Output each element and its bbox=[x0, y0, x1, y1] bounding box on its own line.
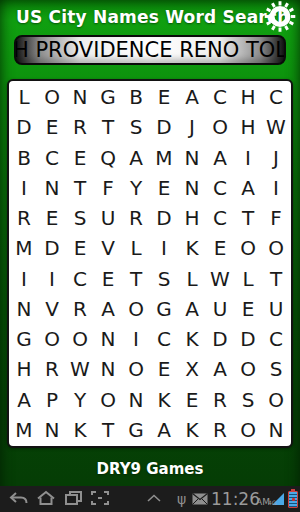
grid-cell[interactable]: X bbox=[178, 354, 206, 384]
grid-cell[interactable]: D bbox=[150, 112, 178, 142]
app-screen: US City Names Word Search bbox=[0, 0, 300, 512]
grid-cell[interactable]: T bbox=[234, 203, 262, 233]
grid-cell[interactable]: O bbox=[206, 112, 234, 142]
grid-cell[interactable]: G bbox=[122, 415, 150, 445]
grid-cell[interactable]: V bbox=[94, 233, 122, 263]
grid-cell[interactable]: C bbox=[66, 264, 94, 294]
signal-4g-label: 4G bbox=[268, 499, 276, 506]
grid-cell[interactable]: Y bbox=[66, 385, 94, 415]
android-status-bar: ψ 11:26 AM 4G bbox=[0, 486, 300, 512]
grid-cell[interactable]: I bbox=[38, 264, 66, 294]
battery-icon bbox=[288, 491, 298, 508]
grid-cell[interactable]: R bbox=[66, 112, 94, 142]
grid-cell[interactable]: C bbox=[206, 173, 234, 203]
grid-cell[interactable]: Y bbox=[122, 173, 150, 203]
home-icon[interactable] bbox=[36, 490, 56, 506]
grid-cell[interactable]: E bbox=[206, 233, 234, 263]
grid-cell[interactable]: N bbox=[66, 82, 94, 112]
grid-cell[interactable]: S bbox=[150, 264, 178, 294]
screen-capture-icon[interactable] bbox=[90, 490, 110, 506]
grid-cell[interactable]: F bbox=[94, 173, 122, 203]
word-list-bar[interactable]: H PROVIDENCE RENO TOL bbox=[14, 35, 286, 65]
grid-cell[interactable]: T bbox=[262, 264, 290, 294]
grid-cell[interactable]: U bbox=[262, 294, 290, 324]
grid-cell[interactable]: O bbox=[262, 233, 290, 263]
grid-cell[interactable]: E bbox=[150, 354, 178, 384]
word-list-text: H PROVIDENCE RENO TOL bbox=[14, 37, 286, 63]
grid-cell[interactable]: U bbox=[206, 294, 234, 324]
grid-cell[interactable]: E bbox=[94, 264, 122, 294]
grid-cell[interactable]: W bbox=[66, 354, 94, 384]
usb-icon: ψ bbox=[177, 489, 186, 509]
grid-cell[interactable]: G bbox=[10, 324, 38, 354]
grid-cell[interactable]: E bbox=[150, 82, 178, 112]
grid-cell[interactable]: N bbox=[178, 173, 206, 203]
grid-cell[interactable]: H bbox=[10, 354, 38, 384]
page-title: US City Names Word Search bbox=[16, 7, 289, 27]
grid-cell[interactable]: R bbox=[122, 203, 150, 233]
grid-cell[interactable]: O bbox=[262, 385, 290, 415]
grid-cell[interactable]: R bbox=[206, 415, 234, 445]
grid-cell[interactable]: O bbox=[234, 233, 262, 263]
grid-cell[interactable]: O bbox=[38, 324, 66, 354]
title-bar: US City Names Word Search bbox=[0, 0, 300, 34]
grid-cell[interactable]: I bbox=[10, 173, 38, 203]
grid-cell[interactable]: G bbox=[150, 294, 178, 324]
grid-cell[interactable]: N bbox=[122, 385, 150, 415]
grid-cell[interactable]: R bbox=[206, 385, 234, 415]
letter-grid[interactable]: LONGBEACHCDERTSDJOHWBCEQAMNAIJINTFYENCAI… bbox=[10, 82, 290, 445]
grid-cell[interactable]: L bbox=[122, 233, 150, 263]
grid-cell[interactable]: I bbox=[262, 173, 290, 203]
grid-cell[interactable]: C bbox=[150, 324, 178, 354]
grid-cell[interactable]: A bbox=[10, 385, 38, 415]
signal-4g-icon: 4G bbox=[270, 492, 284, 505]
grid-cell[interactable]: A bbox=[122, 143, 150, 173]
grid-cell[interactable]: N bbox=[262, 415, 290, 445]
grid-cell[interactable]: E bbox=[150, 173, 178, 203]
grid-cell[interactable]: D bbox=[38, 233, 66, 263]
grid-cell[interactable]: D bbox=[10, 112, 38, 142]
grid-cell[interactable]: S bbox=[262, 354, 290, 384]
grid-cell[interactable]: W bbox=[262, 112, 290, 142]
grid-cell[interactable]: M bbox=[10, 233, 38, 263]
grid-cell[interactable]: K bbox=[178, 324, 206, 354]
grid-cell[interactable]: Q bbox=[94, 143, 122, 173]
grid-cell[interactable]: N bbox=[38, 415, 66, 445]
grid-cell[interactable]: M bbox=[10, 415, 38, 445]
grid-cell[interactable]: E bbox=[178, 385, 206, 415]
grid-cell[interactable]: I bbox=[150, 233, 178, 263]
grid-cell[interactable]: S bbox=[122, 112, 150, 142]
grid-cell[interactable]: R bbox=[66, 294, 94, 324]
grid-cell[interactable]: I bbox=[122, 324, 150, 354]
grid-cell[interactable]: O bbox=[94, 385, 122, 415]
grid-cell[interactable]: U bbox=[94, 203, 122, 233]
puzzle-panel: LONGBEACHCDERTSDJOHWBCEQAMNAIJINTFYENCAI… bbox=[7, 79, 293, 448]
grid-cell[interactable]: H bbox=[234, 82, 262, 112]
grid-cell[interactable]: A bbox=[206, 354, 234, 384]
grid-cell[interactable]: E bbox=[66, 233, 94, 263]
grid-cell[interactable]: O bbox=[122, 354, 150, 384]
grid-cell[interactable]: P bbox=[38, 385, 66, 415]
grid-cell[interactable]: O bbox=[38, 82, 66, 112]
grid-cell[interactable]: D bbox=[206, 324, 234, 354]
caret-up-icon[interactable] bbox=[146, 494, 162, 502]
grid-cell[interactable]: A bbox=[94, 294, 122, 324]
grid-cell[interactable]: I bbox=[10, 264, 38, 294]
grid-cell[interactable]: C bbox=[262, 82, 290, 112]
grid-cell[interactable]: H bbox=[234, 112, 262, 142]
grid-cell[interactable]: D bbox=[150, 203, 178, 233]
grid-cell[interactable]: O bbox=[234, 354, 262, 384]
grid-cell[interactable]: F bbox=[262, 203, 290, 233]
grid-cell[interactable]: S bbox=[66, 203, 94, 233]
grid-cell[interactable]: C bbox=[206, 203, 234, 233]
recent-apps-icon[interactable] bbox=[64, 490, 84, 506]
grid-cell[interactable]: N bbox=[94, 324, 122, 354]
email-icon bbox=[192, 493, 208, 505]
grid-cell[interactable]: K bbox=[66, 415, 94, 445]
grid-cell[interactable]: C bbox=[262, 324, 290, 354]
grid-cell[interactable]: B bbox=[10, 143, 38, 173]
grid-cell[interactable]: O bbox=[66, 324, 94, 354]
grid-cell[interactable]: N bbox=[38, 173, 66, 203]
grid-cell[interactable]: D bbox=[234, 324, 262, 354]
settings-gear-icon[interactable] bbox=[263, 0, 297, 33]
grid-cell[interactable]: E bbox=[66, 143, 94, 173]
grid-cell[interactable]: A bbox=[206, 143, 234, 173]
grid-cell[interactable]: A bbox=[234, 173, 262, 203]
grid-cell[interactable]: O bbox=[234, 415, 262, 445]
clock: 11:26 bbox=[211, 488, 260, 510]
grid-cell[interactable]: T bbox=[94, 415, 122, 445]
grid-cell[interactable]: B bbox=[122, 82, 150, 112]
grid-cell[interactable]: R bbox=[10, 203, 38, 233]
publisher-credit: DRY9 Games bbox=[0, 459, 300, 479]
grid-cell[interactable]: M bbox=[150, 143, 178, 173]
grid-cell[interactable]: N bbox=[178, 143, 206, 173]
grid-cell[interactable]: G bbox=[94, 82, 122, 112]
grid-cell[interactable]: C bbox=[38, 143, 66, 173]
grid-cell[interactable]: C bbox=[206, 82, 234, 112]
grid-cell[interactable]: K bbox=[178, 415, 206, 445]
grid-cell[interactable]: O bbox=[122, 294, 150, 324]
grid-cell[interactable]: J bbox=[178, 112, 206, 142]
grid-cell[interactable]: W bbox=[206, 264, 234, 294]
grid-cell[interactable]: E bbox=[234, 294, 262, 324]
grid-cell[interactable]: S bbox=[234, 385, 262, 415]
grid-cell[interactable]: K bbox=[150, 385, 178, 415]
grid-cell[interactable]: V bbox=[38, 294, 66, 324]
grid-cell[interactable]: J bbox=[262, 143, 290, 173]
grid-cell[interactable]: E bbox=[38, 112, 66, 142]
grid-cell[interactable]: H bbox=[178, 203, 206, 233]
grid-cell[interactable]: E bbox=[38, 203, 66, 233]
grid-cell[interactable]: T bbox=[66, 173, 94, 203]
grid-cell[interactable]: A bbox=[150, 415, 178, 445]
grid-cell[interactable]: N bbox=[10, 294, 38, 324]
grid-cell[interactable]: N bbox=[94, 354, 122, 384]
grid-cell[interactable]: T bbox=[122, 264, 150, 294]
grid-cell[interactable]: I bbox=[234, 143, 262, 173]
grid-cell[interactable]: L bbox=[234, 264, 262, 294]
grid-cell[interactable]: T bbox=[94, 112, 122, 142]
grid-cell[interactable]: R bbox=[38, 354, 66, 384]
grid-cell[interactable]: L bbox=[178, 264, 206, 294]
grid-cell[interactable]: A bbox=[178, 294, 206, 324]
grid-cell[interactable]: L bbox=[10, 82, 38, 112]
grid-cell[interactable]: K bbox=[178, 233, 206, 263]
grid-cell[interactable]: A bbox=[178, 82, 206, 112]
back-icon[interactable] bbox=[8, 490, 28, 506]
